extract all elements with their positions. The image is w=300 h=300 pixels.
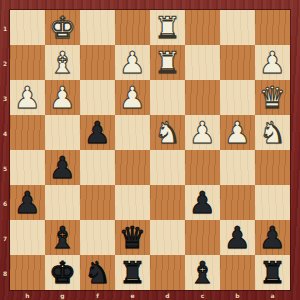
- piece-black-rook-a8[interactable]: ♜: [259, 255, 286, 290]
- piece-white-knight-d4[interactable]: ♞: [154, 115, 181, 150]
- file-label-g: g: [60, 292, 64, 299]
- rank-label-1: 1: [3, 24, 7, 31]
- square-g5[interactable]: ♟: [45, 150, 80, 185]
- piece-black-king-g8[interactable]: ♚: [49, 255, 76, 290]
- square-d3[interactable]: [150, 80, 185, 115]
- piece-black-knight-f8[interactable]: ♞: [84, 255, 111, 290]
- square-d5[interactable]: [150, 150, 185, 185]
- square-h3[interactable]: ♟: [10, 80, 45, 115]
- square-g2[interactable]: ♝: [45, 45, 80, 80]
- piece-black-bishop-g7[interactable]: ♝: [49, 220, 76, 255]
- piece-black-queen-e7[interactable]: ♛: [119, 220, 146, 255]
- piece-black-pawn-g5[interactable]: ♟: [49, 150, 76, 185]
- square-e2[interactable]: ♟: [115, 45, 150, 80]
- square-f6[interactable]: [80, 185, 115, 220]
- square-c8[interactable]: ♝: [185, 255, 220, 290]
- file-label-b: b: [235, 292, 239, 299]
- square-b1[interactable]: [220, 10, 255, 45]
- piece-black-pawn-a7[interactable]: ♟: [259, 220, 286, 255]
- square-a2[interactable]: ♟: [255, 45, 290, 80]
- square-h2[interactable]: [10, 45, 45, 80]
- square-h5[interactable]: [10, 150, 45, 185]
- file-label-c: c: [201, 292, 205, 299]
- square-b7[interactable]: ♟: [220, 220, 255, 255]
- square-b3[interactable]: [220, 80, 255, 115]
- square-e5[interactable]: [115, 150, 150, 185]
- piece-white-pawn-g3[interactable]: ♟: [49, 80, 76, 115]
- rank-label-3: 3: [3, 94, 7, 101]
- file-label-a: a: [270, 292, 274, 299]
- square-g7[interactable]: ♝: [45, 220, 80, 255]
- square-h7[interactable]: [10, 220, 45, 255]
- file-label-e: e: [130, 292, 134, 299]
- piece-white-pawn-e2[interactable]: ♟: [119, 45, 146, 80]
- square-e4[interactable]: [115, 115, 150, 150]
- square-g6[interactable]: [45, 185, 80, 220]
- square-b5[interactable]: [220, 150, 255, 185]
- square-e8[interactable]: ♜: [115, 255, 150, 290]
- piece-black-pawn-h6[interactable]: ♟: [14, 185, 41, 220]
- square-b8[interactable]: [220, 255, 255, 290]
- square-e3[interactable]: ♟: [115, 80, 150, 115]
- piece-black-pawn-b7[interactable]: ♟: [224, 220, 251, 255]
- square-c6[interactable]: ♟: [185, 185, 220, 220]
- piece-white-pawn-b4[interactable]: ♟: [224, 115, 251, 150]
- square-f5[interactable]: [80, 150, 115, 185]
- square-d1[interactable]: ♜: [150, 10, 185, 45]
- piece-white-rook-d1[interactable]: ♜: [154, 10, 181, 45]
- square-d6[interactable]: [150, 185, 185, 220]
- square-f8[interactable]: ♞: [80, 255, 115, 290]
- piece-white-pawn-e3[interactable]: ♟: [119, 80, 146, 115]
- square-h1[interactable]: [10, 10, 45, 45]
- rank-label-6: 6: [3, 199, 7, 206]
- square-e7[interactable]: ♛: [115, 220, 150, 255]
- square-g1[interactable]: ♚: [45, 10, 80, 45]
- square-f3[interactable]: [80, 80, 115, 115]
- square-d7[interactable]: [150, 220, 185, 255]
- rank-label-8: 8: [3, 269, 7, 276]
- square-c7[interactable]: [185, 220, 220, 255]
- piece-black-bishop-c8[interactable]: ♝: [189, 255, 216, 290]
- square-g3[interactable]: ♟: [45, 80, 80, 115]
- square-d2[interactable]: ♜: [150, 45, 185, 80]
- chess-board: ♚♜♝♟♜♟♟♟♟♛♟♞♟♟♞♟♟♟♝♛♟♟♚♞♜♝♜: [10, 10, 290, 290]
- square-c1[interactable]: [185, 10, 220, 45]
- square-d4[interactable]: ♞: [150, 115, 185, 150]
- file-label-d: d: [165, 292, 169, 299]
- piece-white-knight-a4[interactable]: ♞: [259, 115, 286, 150]
- rank-label-7: 7: [3, 234, 7, 241]
- square-h6[interactable]: ♟: [10, 185, 45, 220]
- file-label-f: f: [96, 292, 99, 299]
- square-a8[interactable]: ♜: [255, 255, 290, 290]
- piece-black-pawn-f4[interactable]: ♟: [84, 115, 111, 150]
- square-g4[interactable]: [45, 115, 80, 150]
- piece-black-rook-e8[interactable]: ♜: [119, 255, 146, 290]
- file-label-h: h: [25, 292, 29, 299]
- piece-white-king-g1[interactable]: ♚: [49, 10, 76, 45]
- square-c5[interactable]: [185, 150, 220, 185]
- square-h8[interactable]: [10, 255, 45, 290]
- chess-board-frame: ♚♜♝♟♜♟♟♟♟♛♟♞♟♟♞♟♟♟♝♛♟♟♚♞♜♝♜ 12345678 hgf…: [0, 0, 300, 300]
- square-f4[interactable]: ♟: [80, 115, 115, 150]
- square-f2[interactable]: [80, 45, 115, 80]
- square-a3[interactable]: ♛: [255, 80, 290, 115]
- square-a6[interactable]: [255, 185, 290, 220]
- square-b6[interactable]: [220, 185, 255, 220]
- square-d8[interactable]: [150, 255, 185, 290]
- square-g8[interactable]: ♚: [45, 255, 80, 290]
- piece-white-pawn-c4[interactable]: ♟: [189, 115, 216, 150]
- square-c3[interactable]: [185, 80, 220, 115]
- square-a1[interactable]: [255, 10, 290, 45]
- square-c4[interactable]: ♟: [185, 115, 220, 150]
- square-b2[interactable]: [220, 45, 255, 80]
- piece-black-pawn-c6[interactable]: ♟: [189, 185, 216, 220]
- square-a4[interactable]: ♞: [255, 115, 290, 150]
- square-e1[interactable]: [115, 10, 150, 45]
- rank-label-4: 4: [3, 129, 7, 136]
- rank-label-2: 2: [3, 59, 7, 66]
- square-f1[interactable]: [80, 10, 115, 45]
- square-c2[interactable]: [185, 45, 220, 80]
- piece-white-rook-d2[interactable]: ♜: [154, 45, 181, 80]
- square-h4[interactable]: [10, 115, 45, 150]
- piece-white-queen-a3[interactable]: ♛: [259, 80, 286, 115]
- piece-white-pawn-h3[interactable]: ♟: [14, 80, 41, 115]
- rank-label-5: 5: [3, 164, 7, 171]
- square-a7[interactable]: ♟: [255, 220, 290, 255]
- square-a5[interactable]: [255, 150, 290, 185]
- piece-white-pawn-a2[interactable]: ♟: [259, 45, 286, 80]
- square-b4[interactable]: ♟: [220, 115, 255, 150]
- square-f7[interactable]: [80, 220, 115, 255]
- square-e6[interactable]: [115, 185, 150, 220]
- piece-white-bishop-g2[interactable]: ♝: [49, 45, 76, 80]
